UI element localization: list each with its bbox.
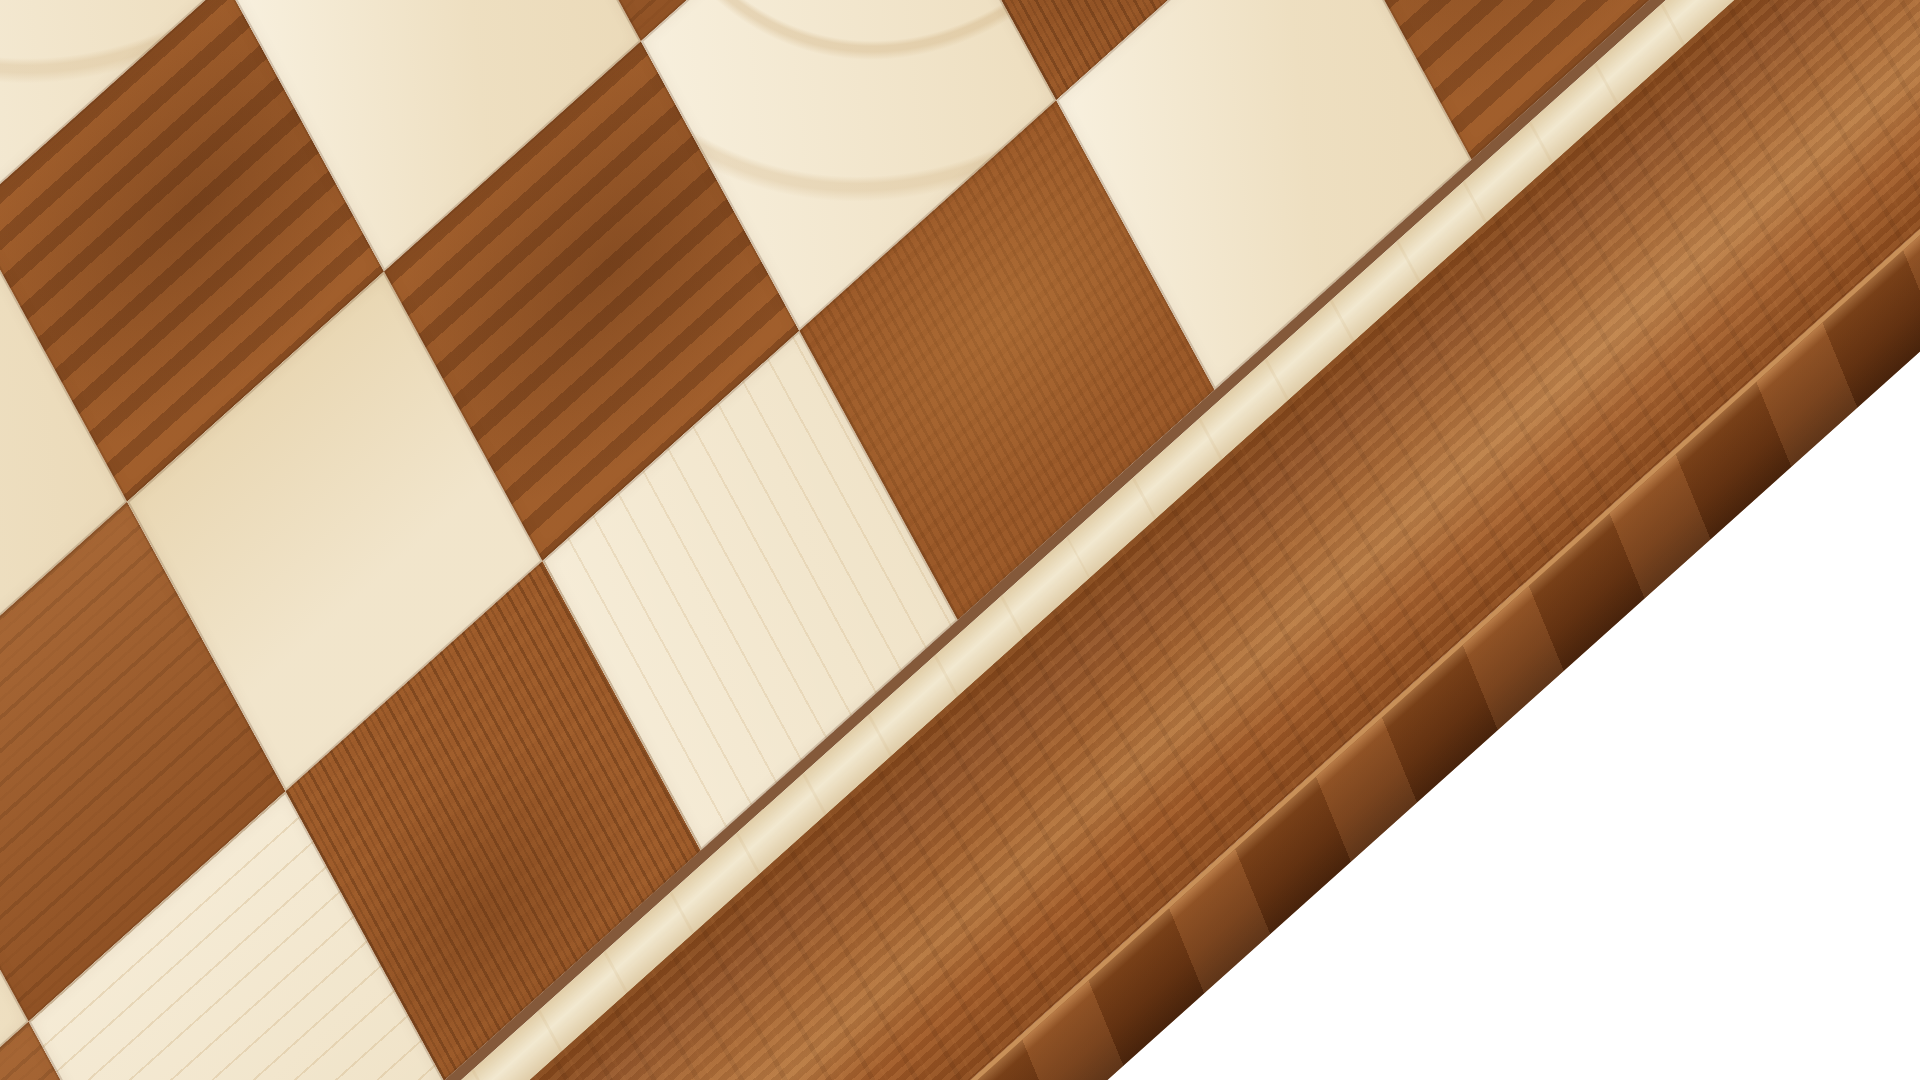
scene	[0, 0, 1920, 1080]
